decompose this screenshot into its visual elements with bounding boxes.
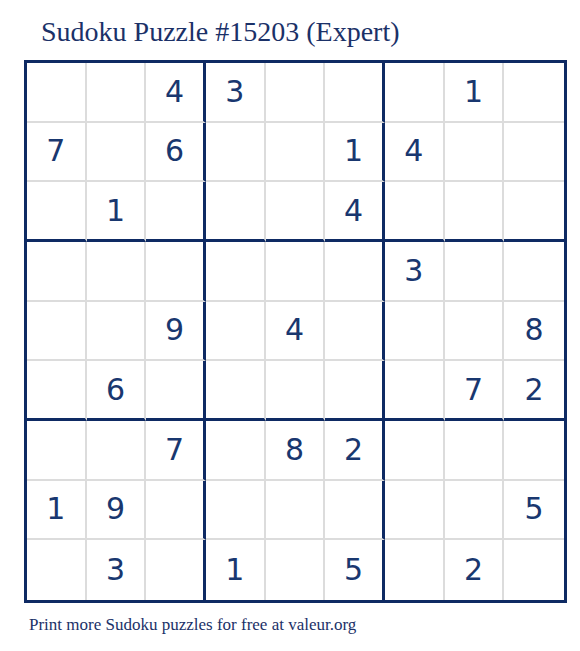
cell-r5c5: 4 xyxy=(266,302,326,362)
cell-r3c4 xyxy=(206,182,266,242)
cell-r9c8: 2 xyxy=(445,540,505,600)
sudoku-grid: 43176141439486727821953152 xyxy=(24,60,567,603)
cell-r8c1: 1 xyxy=(27,481,87,541)
cell-r3c9 xyxy=(504,182,564,242)
cell-r2c1: 7 xyxy=(27,123,87,183)
cell-r3c6: 4 xyxy=(325,182,385,242)
cell-r6c7 xyxy=(385,361,445,421)
cell-r8c7 xyxy=(385,481,445,541)
cell-r8c9: 5 xyxy=(504,481,564,541)
page: Sudoku Puzzle #15203 (Expert) 4317614143… xyxy=(0,0,580,651)
cell-r7c8 xyxy=(445,421,505,481)
cell-r1c4: 3 xyxy=(206,63,266,123)
cell-r2c6: 1 xyxy=(325,123,385,183)
cell-r1c9 xyxy=(504,63,564,123)
cell-r2c7: 4 xyxy=(385,123,445,183)
cell-r9c2: 3 xyxy=(87,540,147,600)
cell-r7c4 xyxy=(206,421,266,481)
cell-r3c7 xyxy=(385,182,445,242)
cell-r5c9: 8 xyxy=(504,302,564,362)
cell-r2c4 xyxy=(206,123,266,183)
cell-r9c4: 1 xyxy=(206,540,266,600)
cell-r1c5 xyxy=(266,63,326,123)
footer-text: Print more Sudoku puzzles for free at va… xyxy=(29,615,356,635)
cell-r9c6: 5 xyxy=(325,540,385,600)
cell-r2c9 xyxy=(504,123,564,183)
cell-r3c8 xyxy=(445,182,505,242)
cell-r4c6 xyxy=(325,242,385,302)
cell-r1c3: 4 xyxy=(146,63,206,123)
cell-r3c3 xyxy=(146,182,206,242)
cell-r3c1 xyxy=(27,182,87,242)
cell-r4c9 xyxy=(504,242,564,302)
cell-r6c9: 2 xyxy=(504,361,564,421)
cell-r1c7 xyxy=(385,63,445,123)
cell-r7c6: 2 xyxy=(325,421,385,481)
cell-r5c6 xyxy=(325,302,385,362)
cell-r4c3 xyxy=(146,242,206,302)
cell-r8c5 xyxy=(266,481,326,541)
cell-r1c2 xyxy=(87,63,147,123)
cell-r6c3 xyxy=(146,361,206,421)
cell-r3c2: 1 xyxy=(87,182,147,242)
cell-r3c5 xyxy=(266,182,326,242)
cell-r8c3 xyxy=(146,481,206,541)
cell-r2c8 xyxy=(445,123,505,183)
cell-r5c7 xyxy=(385,302,445,362)
cell-r5c2 xyxy=(87,302,147,362)
cell-r8c2: 9 xyxy=(87,481,147,541)
cell-r6c1 xyxy=(27,361,87,421)
cell-r7c2 xyxy=(87,421,147,481)
cell-r4c2 xyxy=(87,242,147,302)
cell-r1c1 xyxy=(27,63,87,123)
cell-r5c4 xyxy=(206,302,266,362)
cell-r7c5: 8 xyxy=(266,421,326,481)
cell-r9c9 xyxy=(504,540,564,600)
cell-r9c5 xyxy=(266,540,326,600)
cell-r5c8 xyxy=(445,302,505,362)
cell-r6c4 xyxy=(206,361,266,421)
cell-r1c8: 1 xyxy=(445,63,505,123)
cell-r9c7 xyxy=(385,540,445,600)
cell-r4c1 xyxy=(27,242,87,302)
cell-r5c1 xyxy=(27,302,87,362)
cell-r2c5 xyxy=(266,123,326,183)
cell-r8c6 xyxy=(325,481,385,541)
cell-r4c8 xyxy=(445,242,505,302)
cell-r6c2: 6 xyxy=(87,361,147,421)
cell-r2c2 xyxy=(87,123,147,183)
page-title: Sudoku Puzzle #15203 (Expert) xyxy=(41,15,400,49)
cell-r4c4 xyxy=(206,242,266,302)
cell-r5c3: 9 xyxy=(146,302,206,362)
cell-r6c6 xyxy=(325,361,385,421)
cell-r7c7 xyxy=(385,421,445,481)
cell-r8c8 xyxy=(445,481,505,541)
cell-r9c3 xyxy=(146,540,206,600)
cell-r7c3: 7 xyxy=(146,421,206,481)
cell-r7c9 xyxy=(504,421,564,481)
cell-r6c5 xyxy=(266,361,326,421)
cell-r1c6 xyxy=(325,63,385,123)
cell-r9c1 xyxy=(27,540,87,600)
cell-r8c4 xyxy=(206,481,266,541)
cell-r6c8: 7 xyxy=(445,361,505,421)
cell-r4c5 xyxy=(266,242,326,302)
cell-r4c7: 3 xyxy=(385,242,445,302)
cell-r7c1 xyxy=(27,421,87,481)
cell-r2c3: 6 xyxy=(146,123,206,183)
